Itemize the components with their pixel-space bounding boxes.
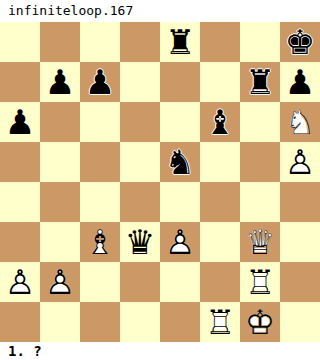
- square-e4[interactable]: [160, 182, 200, 222]
- move-prompt: 1. ?: [8, 342, 42, 360]
- black-pawn[interactable]: ♟: [0, 102, 40, 142]
- white-pawn[interactable]: ♟♙: [0, 262, 40, 302]
- square-d2[interactable]: [120, 262, 160, 302]
- piece-outline-layer: ♗: [80, 222, 120, 262]
- chess-board: ♜♚♟♟♜♟♟♝♞♘♞♟♙♝♗♛♟♙♛♕♟♙♟♙♜♖♜♖♚♔: [0, 22, 320, 342]
- square-a7[interactable]: [0, 62, 40, 102]
- piece-glyph: ♟: [40, 62, 80, 102]
- piece-glyph: ♞: [160, 142, 200, 182]
- white-pawn[interactable]: ♟♙: [40, 262, 80, 302]
- square-g8[interactable]: [240, 22, 280, 62]
- piece-outline-layer: ♖: [200, 302, 240, 342]
- white-rook[interactable]: ♜♖: [240, 262, 280, 302]
- square-a3[interactable]: [0, 222, 40, 262]
- square-b2[interactable]: ♟♙: [40, 262, 80, 302]
- square-h6[interactable]: ♞♘: [280, 102, 320, 142]
- square-f7[interactable]: [200, 62, 240, 102]
- square-e6[interactable]: [160, 102, 200, 142]
- square-g5[interactable]: [240, 142, 280, 182]
- square-f4[interactable]: [200, 182, 240, 222]
- square-c1[interactable]: [80, 302, 120, 342]
- piece-outline-layer: ♙: [0, 262, 40, 302]
- square-h8[interactable]: ♚: [280, 22, 320, 62]
- square-g6[interactable]: [240, 102, 280, 142]
- square-c2[interactable]: [80, 262, 120, 302]
- black-queen[interactable]: ♛: [120, 222, 160, 262]
- black-rook[interactable]: ♜: [240, 62, 280, 102]
- square-f2[interactable]: [200, 262, 240, 302]
- square-c5[interactable]: [80, 142, 120, 182]
- black-bishop[interactable]: ♝: [200, 102, 240, 142]
- square-b4[interactable]: [40, 182, 80, 222]
- square-b3[interactable]: [40, 222, 80, 262]
- black-pawn[interactable]: ♟: [40, 62, 80, 102]
- square-a1[interactable]: [0, 302, 40, 342]
- square-h4[interactable]: [280, 182, 320, 222]
- square-e1[interactable]: [160, 302, 200, 342]
- square-d6[interactable]: [120, 102, 160, 142]
- square-b6[interactable]: [40, 102, 80, 142]
- square-f3[interactable]: [200, 222, 240, 262]
- square-f5[interactable]: [200, 142, 240, 182]
- square-e7[interactable]: [160, 62, 200, 102]
- square-a8[interactable]: [0, 22, 40, 62]
- square-d3[interactable]: ♛: [120, 222, 160, 262]
- piece-glyph: ♟: [80, 62, 120, 102]
- status-bar: 1. ?: [0, 342, 320, 360]
- square-h2[interactable]: [280, 262, 320, 302]
- square-a4[interactable]: [0, 182, 40, 222]
- square-b7[interactable]: ♟: [40, 62, 80, 102]
- square-f6[interactable]: ♝: [200, 102, 240, 142]
- square-d7[interactable]: [120, 62, 160, 102]
- square-e8[interactable]: ♜: [160, 22, 200, 62]
- square-g4[interactable]: [240, 182, 280, 222]
- square-h7[interactable]: ♟: [280, 62, 320, 102]
- piece-outline-layer: ♘: [280, 102, 320, 142]
- black-king[interactable]: ♚: [280, 22, 320, 62]
- square-h3[interactable]: [280, 222, 320, 262]
- piece-glyph: ♟: [0, 102, 40, 142]
- square-g1[interactable]: ♚♔: [240, 302, 280, 342]
- square-d1[interactable]: [120, 302, 160, 342]
- square-d5[interactable]: [120, 142, 160, 182]
- square-c3[interactable]: ♝♗: [80, 222, 120, 262]
- square-e2[interactable]: [160, 262, 200, 302]
- piece-glyph: ♜: [160, 22, 200, 62]
- black-pawn[interactable]: ♟: [280, 62, 320, 102]
- square-c4[interactable]: [80, 182, 120, 222]
- puzzle-title: infiniteloop.167: [8, 0, 133, 22]
- square-b5[interactable]: [40, 142, 80, 182]
- black-pawn[interactable]: ♟: [80, 62, 120, 102]
- piece-glyph: ♛: [120, 222, 160, 262]
- square-h1[interactable]: [280, 302, 320, 342]
- square-b1[interactable]: [40, 302, 80, 342]
- square-b8[interactable]: [40, 22, 80, 62]
- square-g2[interactable]: ♜♖: [240, 262, 280, 302]
- piece-outline-layer: ♔: [240, 302, 280, 342]
- square-f1[interactable]: ♜♖: [200, 302, 240, 342]
- title-bar: infiniteloop.167: [0, 0, 320, 22]
- white-queen[interactable]: ♛♕: [240, 222, 280, 262]
- square-a2[interactable]: ♟♙: [0, 262, 40, 302]
- white-knight[interactable]: ♞♘: [280, 102, 320, 142]
- white-rook[interactable]: ♜♖: [200, 302, 240, 342]
- square-e3[interactable]: ♟♙: [160, 222, 200, 262]
- black-rook[interactable]: ♜: [160, 22, 200, 62]
- square-c8[interactable]: [80, 22, 120, 62]
- square-d4[interactable]: [120, 182, 160, 222]
- square-h5[interactable]: ♟♙: [280, 142, 320, 182]
- piece-outline-layer: ♕: [240, 222, 280, 262]
- piece-glyph: ♚: [280, 22, 320, 62]
- piece-glyph: ♟: [280, 62, 320, 102]
- square-c6[interactable]: [80, 102, 120, 142]
- white-pawn[interactable]: ♟♙: [280, 142, 320, 182]
- white-king[interactable]: ♚♔: [240, 302, 280, 342]
- piece-outline-layer: ♙: [280, 142, 320, 182]
- square-f8[interactable]: [200, 22, 240, 62]
- black-knight[interactable]: ♞: [160, 142, 200, 182]
- square-a5[interactable]: [0, 142, 40, 182]
- square-g7[interactable]: ♜: [240, 62, 280, 102]
- square-a6[interactable]: ♟: [0, 102, 40, 142]
- piece-glyph: ♝: [200, 102, 240, 142]
- square-e5[interactable]: ♞: [160, 142, 200, 182]
- piece-outline-layer: ♖: [240, 262, 280, 302]
- white-pawn[interactable]: ♟♙: [160, 222, 200, 262]
- square-c7[interactable]: ♟: [80, 62, 120, 102]
- square-d8[interactable]: [120, 22, 160, 62]
- square-g3[interactable]: ♛♕: [240, 222, 280, 262]
- piece-outline-layer: ♙: [160, 222, 200, 262]
- piece-outline-layer: ♙: [40, 262, 80, 302]
- white-bishop[interactable]: ♝♗: [80, 222, 120, 262]
- piece-glyph: ♜: [240, 62, 280, 102]
